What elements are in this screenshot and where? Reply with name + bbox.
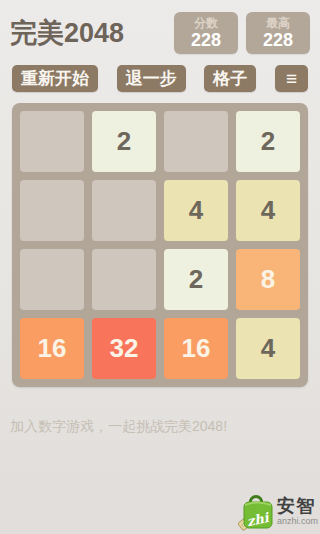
board-cell: 16	[164, 318, 228, 379]
board-cell: 2	[236, 111, 300, 172]
board-cell: 16	[20, 318, 84, 379]
toolbar: 重新开始 退一步 格子 ≡	[0, 65, 320, 92]
hamburger-menu-icon: ≡	[286, 68, 297, 89]
restart-button[interactable]: 重新开始	[12, 65, 98, 92]
board-cell	[20, 111, 84, 172]
score-value: 228	[191, 30, 221, 50]
best-score-label: 最高	[266, 16, 290, 30]
undo-button[interactable]: 退一步	[117, 65, 186, 92]
board-cell	[20, 249, 84, 310]
menu-button[interactable]: ≡	[275, 65, 308, 92]
app-title: 完美2048	[10, 15, 124, 51]
anzhi-labels: 安智 anzhi.com	[277, 497, 318, 526]
board-cell	[20, 180, 84, 241]
best-score-box: 最高 228	[246, 12, 310, 54]
board-cell	[92, 249, 156, 310]
header: 完美2048 分数 228 最高 228	[0, 0, 320, 54]
promo-text: 加入数字游戏，一起挑战完美2048!	[10, 418, 310, 436]
board-cell: 4	[164, 180, 228, 241]
app-window: 完美2048 分数 228 最高 228 重新开始 退一步 格子 ≡ 2 2 4…	[0, 0, 320, 534]
anzhi-watermark: zhi 安智 anzhi.com	[237, 490, 318, 532]
board-cell: 32	[92, 318, 156, 379]
anzhi-bag-icon: zhi	[237, 490, 275, 532]
board-cell: 4	[236, 180, 300, 241]
board-cell: 4	[236, 318, 300, 379]
anzhi-domain: anzhi.com	[277, 517, 318, 526]
board-cell: 2	[164, 249, 228, 310]
grid-size-button[interactable]: 格子	[204, 65, 256, 92]
best-score-value: 228	[263, 30, 293, 50]
score-label: 分数	[194, 16, 218, 30]
game-board[interactable]: 2 2 4 4 2 8 16 32 16 4	[12, 103, 308, 387]
board-cell	[92, 180, 156, 241]
anzhi-store-name: 安智	[277, 497, 318, 515]
board-cell: 2	[92, 111, 156, 172]
board-cell: 8	[236, 249, 300, 310]
board-cell	[164, 111, 228, 172]
score-box: 分数 228	[174, 12, 238, 54]
score-panel: 分数 228 最高 228	[174, 12, 310, 54]
